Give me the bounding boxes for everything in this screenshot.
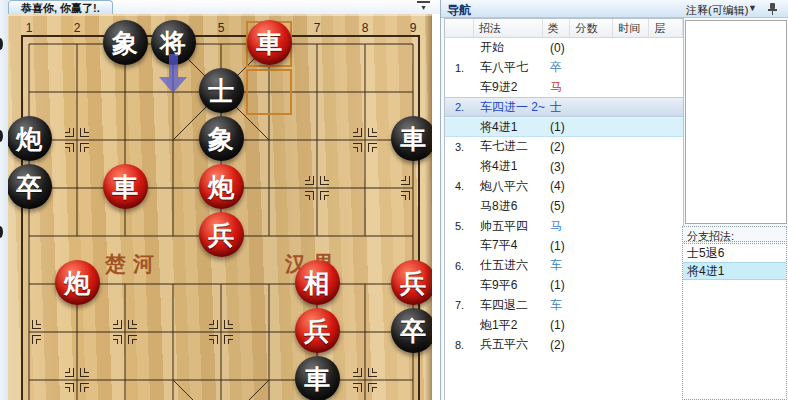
move-text: 开始 [474, 39, 543, 56]
panel-title: 导航 [447, 2, 471, 19]
move-row[interactable]: 开始(0) [445, 38, 683, 58]
move-text: 车9进2 [474, 79, 543, 96]
move-row[interactable]: 车9进2马 [445, 78, 683, 98]
move-row[interactable]: 3.车七进二(2) [445, 137, 683, 157]
app-window: 恭喜你, 你赢了!. ▾ 楚河 汉界 123456789 象将車士炮象車卒車炮兵… [0, 0, 788, 400]
board-edge-highlight [8, 14, 432, 16]
piece-glyph: 車 [304, 366, 330, 392]
piece-red-炮[interactable]: 炮 [199, 164, 244, 209]
move-text: 车七进二 [474, 138, 543, 155]
column-header-层[interactable]: 层 [649, 19, 683, 37]
column-header-时间[interactable]: 时间 [613, 19, 649, 37]
move-type: (1) [543, 278, 565, 292]
move-type: 士 [543, 99, 562, 116]
move-type: 卒 [543, 59, 562, 76]
moves-table-header: 招法类型分数时间层 [445, 19, 683, 38]
column-header[interactable] [445, 19, 474, 37]
piece-black-象[interactable]: 象 [199, 116, 244, 161]
move-number: 7. [445, 299, 474, 311]
moves-table: 招法类型分数时间层 开始(0)1.车八平七卒车9进2马2.车四进一 2~士将4进… [444, 18, 684, 400]
move-type: (1) [543, 239, 565, 253]
piece-red-炮[interactable]: 炮 [55, 260, 100, 305]
column-header-分数[interactable]: 分数 [570, 19, 613, 37]
move-text: 仕五进六 [474, 257, 543, 274]
move-type: (3) [543, 160, 565, 174]
column-label-9: 9 [403, 21, 423, 35]
piece-black-炮[interactable]: 炮 [8, 116, 52, 161]
move-number: 6. [445, 260, 474, 272]
move-row[interactable]: 车7平4(1) [445, 236, 683, 256]
move-type: (1) [543, 120, 565, 134]
piece-glyph: 象 [208, 126, 234, 152]
move-text: 帅五平四 [474, 218, 543, 235]
move-row[interactable]: 1.车八平七卒 [445, 58, 683, 78]
move-text: 车四退二 [474, 297, 543, 314]
move-row[interactable]: 车9平6(1) [445, 276, 683, 296]
chevron-down-icon[interactable]: ▼ [748, 3, 757, 13]
move-text: 炮八平六 [474, 178, 543, 195]
pin-icon[interactable] [766, 3, 777, 15]
move-type: 马 [543, 79, 562, 96]
move-number: 5. [445, 220, 474, 232]
piece-glyph: 車 [112, 174, 138, 200]
piece-glyph: 炮 [16, 126, 42, 152]
move-type: (0) [543, 41, 565, 55]
move-type: 车 [543, 297, 562, 314]
edge-tick [0, 38, 3, 50]
column-header-招法[interactable]: 招法 [474, 19, 543, 37]
column-label-1: 1 [19, 21, 39, 35]
moves-table-rows: 开始(0)1.车八平七卒车9进2马2.车四进一 2~士将4进1(1)3.车七进二… [445, 38, 683, 355]
last-move-highlight [246, 69, 292, 115]
column-label-7: 7 [307, 21, 327, 35]
move-row[interactable]: 6.仕五进六车 [445, 256, 683, 276]
piece-glyph: 士 [208, 78, 234, 104]
edge-tick [0, 130, 3, 142]
move-text: 马8进6 [474, 198, 543, 215]
branch-move-item[interactable]: 士5退6 [683, 244, 786, 262]
move-text: 车八平七 [474, 59, 543, 76]
piece-glyph: 炮 [208, 174, 234, 200]
piece-black-士[interactable]: 士 [199, 68, 244, 113]
piece-glyph: 卒 [16, 174, 42, 200]
move-type: (5) [543, 199, 565, 213]
move-row[interactable]: 7.车四退二车 [445, 295, 683, 315]
piece-black-車[interactable]: 車 [295, 356, 340, 400]
piece-glyph: 車 [256, 30, 282, 56]
piece-glyph: 炮 [64, 270, 90, 296]
move-text: 将4进1 [474, 119, 543, 136]
comment-label: 注释(可编辑) [686, 3, 748, 18]
move-row[interactable]: 2.车四进一 2~士 [445, 97, 683, 117]
piece-red-車[interactable]: 車 [103, 164, 148, 209]
move-row[interactable]: 8.兵五平六(2) [445, 335, 683, 355]
move-row[interactable]: 4.炮八平六(4) [445, 177, 683, 197]
piece-red-車[interactable]: 車 [247, 20, 292, 65]
status-tab-label: 恭喜你, 你赢了!. [21, 2, 100, 14]
move-type: (4) [543, 179, 565, 193]
move-type: 马 [543, 218, 562, 235]
move-text: 车9平6 [474, 277, 543, 294]
piece-glyph: 兵 [304, 318, 330, 344]
move-number: 2. [445, 101, 474, 113]
branch-move-item[interactable]: 将4进1 [683, 262, 786, 280]
move-row[interactable]: 5.帅五平四马 [445, 216, 683, 236]
move-number: 8. [445, 339, 474, 351]
column-label-8: 8 [355, 21, 375, 35]
move-type: (2) [543, 140, 565, 154]
edge-tick [0, 226, 3, 238]
piece-glyph: 将 [160, 30, 186, 56]
move-row[interactable]: 炮1平2(1) [445, 315, 683, 335]
piece-red-相[interactable]: 相 [295, 260, 340, 305]
status-tab[interactable]: 恭喜你, 你赢了!. [8, 0, 113, 15]
piece-glyph: 相 [304, 270, 330, 296]
move-number: 4. [445, 180, 474, 192]
move-text: 车7平4 [474, 237, 543, 254]
piece-glyph: 車 [400, 126, 426, 152]
board-edge-bevel [425, 14, 432, 400]
move-text: 兵五平六 [474, 336, 543, 353]
navigation-panel: 导航 ▼ 招法类型分数时间层 开始(0)1.车八平七卒车9进2马2.车四进一 2… [440, 0, 788, 400]
move-type: (2) [543, 338, 565, 352]
branch-move-list: 士5退6将4进1 [682, 243, 787, 400]
board-top-strip: 恭喜你, 你赢了!. ▾ [8, 0, 440, 14]
column-header-类型[interactable]: 类型 [543, 19, 571, 37]
piece-glyph: 象 [112, 30, 138, 56]
column-label-5: 5 [211, 21, 231, 35]
move-type: 车 [543, 257, 562, 274]
piece-glyph: 兵 [208, 222, 234, 248]
xiangqi-board[interactable]: 楚河 汉界 123456789 象将車士炮象車卒車炮兵炮相兵兵卒車 [8, 14, 432, 400]
move-type: (1) [543, 318, 565, 332]
piece-black-卒[interactable]: 卒 [8, 164, 52, 209]
branch-label: 分支招法: [682, 226, 787, 242]
column-label-2: 2 [67, 21, 87, 35]
piece-black-象[interactable]: 象 [103, 20, 148, 65]
piece-red-兵[interactable]: 兵 [199, 212, 244, 257]
move-text: 将4进1 [474, 158, 543, 175]
toolbar-overflow-chevron-icon[interactable]: ▾ [417, 1, 430, 14]
piece-glyph: 兵 [400, 270, 426, 296]
river-label-left: 楚河 [105, 250, 161, 278]
move-row[interactable]: 将4进1(3) [445, 157, 683, 177]
move-number: 1. [445, 62, 474, 74]
comment-textarea[interactable] [685, 20, 787, 224]
move-row[interactable]: 将4进1(1) [445, 117, 683, 137]
move-text: 车四进一 2~ [474, 99, 543, 116]
piece-glyph: 卒 [400, 318, 426, 344]
move-number: 3. [445, 141, 474, 153]
move-row[interactable]: 马8进6(5) [445, 196, 683, 216]
piece-red-兵[interactable]: 兵 [295, 308, 340, 353]
move-text: 炮1平2 [474, 317, 543, 334]
